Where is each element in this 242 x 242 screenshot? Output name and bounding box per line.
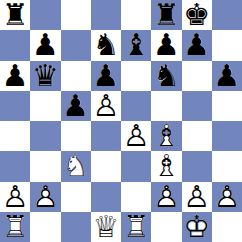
piece-underlay: ♘: [151, 61, 181, 91]
square-a3[interactable]: [0, 151, 30, 181]
black-pawn: ♙♟: [91, 61, 121, 91]
piece-overlay: ♙: [0, 182, 30, 212]
black-rook: ♖♜: [0, 0, 30, 30]
square-e5[interactable]: [121, 91, 151, 121]
black-queen: ♕♛: [30, 61, 60, 91]
piece-underlay: ♗: [121, 30, 151, 60]
square-f6[interactable]: ♘♞: [151, 61, 181, 91]
square-h5[interactable]: [212, 91, 242, 121]
white-knight: ♞♘: [61, 151, 91, 181]
piece-overlay: ♗: [151, 121, 181, 151]
piece-underlay: ♙: [61, 91, 91, 121]
white-rook: ♜♖: [121, 212, 151, 242]
square-b6[interactable]: ♕♛: [30, 61, 60, 91]
piece-underlay: ♙: [182, 30, 212, 60]
square-a5[interactable]: [0, 91, 30, 121]
white-pawn: ♟♙: [182, 182, 212, 212]
square-e4[interactable]: ♟♙: [121, 121, 151, 151]
piece-overlay: ♟: [30, 30, 60, 60]
square-a2[interactable]: ♟♙: [0, 182, 30, 212]
piece-underlay: ♟: [30, 182, 60, 212]
black-bishop: ♗♝: [121, 30, 151, 60]
white-pawn: ♟♙: [91, 91, 121, 121]
square-h3[interactable]: [212, 151, 242, 181]
piece-overlay: ♟: [212, 61, 242, 91]
square-c1[interactable]: [61, 212, 91, 242]
square-h8[interactable]: [212, 0, 242, 30]
white-pawn: ♟♙: [30, 182, 60, 212]
square-c2[interactable]: [61, 182, 91, 212]
piece-overlay: ♙: [91, 91, 121, 121]
square-d6[interactable]: ♙♟: [91, 61, 121, 91]
square-g6[interactable]: [182, 61, 212, 91]
square-b1[interactable]: [30, 212, 60, 242]
square-d8[interactable]: [91, 0, 121, 30]
square-c7[interactable]: [61, 30, 91, 60]
piece-underlay: ♝: [151, 121, 181, 151]
white-bishop: ♝♗: [151, 151, 181, 181]
square-e1[interactable]: ♜♖: [121, 212, 151, 242]
white-king: ♚♔: [182, 212, 212, 242]
square-g5[interactable]: [182, 91, 212, 121]
square-c4[interactable]: [61, 121, 91, 151]
piece-underlay: ♖: [0, 0, 30, 30]
piece-underlay: ♙: [212, 61, 242, 91]
square-g2[interactable]: ♟♙: [182, 182, 212, 212]
square-e8[interactable]: [121, 0, 151, 30]
square-f7[interactable]: ♙♟: [151, 30, 181, 60]
white-pawn: ♟♙: [121, 121, 151, 151]
piece-overlay: ♕: [91, 212, 121, 242]
piece-underlay: ♚: [182, 212, 212, 242]
piece-overlay: ♟: [151, 30, 181, 60]
white-rook: ♜♖: [0, 212, 30, 242]
piece-underlay: ♕: [30, 61, 60, 91]
piece-underlay: ♟: [91, 91, 121, 121]
piece-overlay: ♞: [151, 61, 181, 91]
square-e2[interactable]: [121, 182, 151, 212]
piece-underlay: ♟: [121, 121, 151, 151]
square-e7[interactable]: ♗♝: [121, 30, 151, 60]
piece-underlay: ♙: [0, 61, 30, 91]
piece-overlay: ♖: [121, 212, 151, 242]
square-c5[interactable]: ♙♟: [61, 91, 91, 121]
piece-overlay: ♟: [61, 91, 91, 121]
square-g3[interactable]: [182, 151, 212, 181]
square-f3[interactable]: ♝♗: [151, 151, 181, 181]
white-pawn: ♟♙: [151, 182, 181, 212]
piece-underlay: ♟: [212, 182, 242, 212]
piece-overlay: ♝: [121, 30, 151, 60]
square-g4[interactable]: [182, 121, 212, 151]
chess-board: ♖♜♖♜♔♚♙♟♘♞♗♝♙♟♙♟♙♟♕♛♙♟♘♞♙♟♙♟♟♙♟♙♝♗♞♘♝♗♟♙…: [0, 0, 242, 242]
piece-overlay: ♟: [0, 61, 30, 91]
square-c3[interactable]: ♞♘: [61, 151, 91, 181]
square-c6[interactable]: [61, 61, 91, 91]
piece-overlay: ♜: [0, 0, 30, 30]
black-pawn: ♙♟: [0, 61, 30, 91]
piece-overlay: ♙: [182, 182, 212, 212]
white-pawn: ♟♙: [212, 182, 242, 212]
square-f5[interactable]: [151, 91, 181, 121]
square-f2[interactable]: ♟♙: [151, 182, 181, 212]
piece-underlay: ♙: [151, 30, 181, 60]
piece-underlay: ♙: [91, 61, 121, 91]
square-d4[interactable]: [91, 121, 121, 151]
piece-underlay: ♜: [121, 212, 151, 242]
square-f1[interactable]: [151, 212, 181, 242]
piece-underlay: ♞: [61, 151, 91, 181]
square-e3[interactable]: [121, 151, 151, 181]
square-g7[interactable]: ♙♟: [182, 30, 212, 60]
square-a7[interactable]: [0, 30, 30, 60]
piece-overlay: ♜: [151, 0, 181, 30]
square-a6[interactable]: ♙♟: [0, 61, 30, 91]
black-rook: ♖♜: [151, 0, 181, 30]
piece-underlay: ♟: [0, 182, 30, 212]
piece-overlay: ♙: [121, 121, 151, 151]
square-a8[interactable]: ♖♜: [0, 0, 30, 30]
piece-overlay: ♘: [61, 151, 91, 181]
piece-underlay: ♟: [182, 182, 212, 212]
black-pawn: ♙♟: [61, 91, 91, 121]
piece-underlay: ♝: [151, 151, 181, 181]
piece-overlay: ♛: [30, 61, 60, 91]
square-f4[interactable]: ♝♗: [151, 121, 181, 151]
square-b8[interactable]: [30, 0, 60, 30]
piece-overlay: ♖: [0, 212, 30, 242]
black-king: ♔♚: [182, 0, 212, 30]
square-d1[interactable]: ♛♕: [91, 212, 121, 242]
black-knight: ♘♞: [151, 61, 181, 91]
square-b3[interactable]: [30, 151, 60, 181]
square-h6[interactable]: ♙♟: [212, 61, 242, 91]
piece-overlay: ♚: [182, 0, 212, 30]
piece-underlay: ♔: [182, 0, 212, 30]
black-pawn: ♙♟: [151, 30, 181, 60]
square-h1[interactable]: [212, 212, 242, 242]
square-d5[interactable]: ♟♙: [91, 91, 121, 121]
square-e6[interactable]: [121, 61, 151, 91]
piece-overlay: ♔: [182, 212, 212, 242]
square-d2[interactable]: [91, 182, 121, 212]
piece-underlay: ♜: [0, 212, 30, 242]
square-b5[interactable]: [30, 91, 60, 121]
square-b7[interactable]: ♙♟: [30, 30, 60, 60]
square-d7[interactable]: ♘♞: [91, 30, 121, 60]
square-h7[interactable]: [212, 30, 242, 60]
piece-overlay: ♙: [30, 182, 60, 212]
square-b2[interactable]: ♟♙: [30, 182, 60, 212]
piece-underlay: ♘: [91, 30, 121, 60]
square-g1[interactable]: ♚♔: [182, 212, 212, 242]
square-a1[interactable]: ♜♖: [0, 212, 30, 242]
white-pawn: ♟♙: [0, 182, 30, 212]
square-h4[interactable]: [212, 121, 242, 151]
white-bishop: ♝♗: [151, 121, 181, 151]
square-a4[interactable]: [0, 121, 30, 151]
square-g8[interactable]: ♔♚: [182, 0, 212, 30]
square-b4[interactable]: [30, 121, 60, 151]
piece-underlay: ♖: [151, 0, 181, 30]
white-queen: ♛♕: [91, 212, 121, 242]
piece-underlay: ♙: [30, 30, 60, 60]
black-pawn: ♙♟: [212, 61, 242, 91]
piece-overlay: ♙: [212, 182, 242, 212]
piece-overlay: ♟: [182, 30, 212, 60]
piece-overlay: ♗: [151, 151, 181, 181]
black-pawn: ♙♟: [30, 30, 60, 60]
square-f8[interactable]: ♖♜: [151, 0, 181, 30]
square-d3[interactable]: [91, 151, 121, 181]
piece-underlay: ♛: [91, 212, 121, 242]
black-pawn: ♙♟: [182, 30, 212, 60]
black-knight: ♘♞: [91, 30, 121, 60]
piece-overlay: ♞: [91, 30, 121, 60]
piece-overlay: ♙: [151, 182, 181, 212]
square-c8[interactable]: [61, 0, 91, 30]
piece-underlay: ♟: [151, 182, 181, 212]
piece-overlay: ♟: [91, 61, 121, 91]
square-h2[interactable]: ♟♙: [212, 182, 242, 212]
